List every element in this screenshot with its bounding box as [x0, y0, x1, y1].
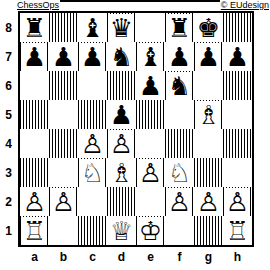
- square-g2: ♙: [194, 187, 223, 216]
- eudesign-credit-link[interactable]: © EUdesign: [221, 0, 269, 10]
- square-g3: [194, 158, 223, 187]
- black-pawn-b7: ♟: [52, 43, 75, 71]
- rank-label-6: 6: [0, 71, 17, 100]
- piece-halo-c3: ♘: [80, 159, 105, 187]
- square-h7: ♟: [223, 42, 252, 71]
- file-label-h: h: [223, 250, 252, 264]
- square-b4: [49, 129, 78, 158]
- white-bishop-g5: ♗: [197, 101, 220, 129]
- square-a4: [20, 129, 49, 158]
- piece-halo-e3: ♙: [138, 159, 163, 187]
- piece-halo-d7: ♞: [109, 43, 134, 71]
- white-pawn-c4: ♙: [81, 130, 104, 158]
- black-pawn-c7: ♟: [81, 43, 104, 71]
- square-e6: ♟: [136, 71, 165, 100]
- piece-halo-f3: ♘: [167, 159, 192, 187]
- piece-halo-e6: ♟: [138, 72, 163, 100]
- rank-label-1: 1: [0, 216, 17, 245]
- square-b3: [49, 158, 78, 187]
- piece-halo-f6: ♞: [167, 72, 192, 100]
- black-pawn-a7: ♟: [23, 43, 46, 71]
- piece-halo-a2: ♙: [22, 188, 47, 216]
- white-knight-c3: ♘: [81, 159, 104, 187]
- piece-halo-c4: ♙: [80, 130, 105, 158]
- file-label-g: g: [194, 250, 223, 264]
- square-a5: [20, 100, 49, 129]
- black-bishop-e7: ♝: [139, 43, 162, 71]
- square-b2: ♙: [49, 187, 78, 216]
- square-h1: ♖: [223, 216, 252, 245]
- square-h4: [223, 129, 252, 158]
- square-e2: [136, 187, 165, 216]
- white-king-e1: ♔: [139, 217, 162, 245]
- piece-halo-g8: ♚: [196, 14, 221, 42]
- piece-halo-c7: ♟: [80, 43, 105, 71]
- square-c5: [78, 100, 107, 129]
- square-a1: ♖: [20, 216, 49, 245]
- square-b1: [49, 216, 78, 245]
- white-bishop-d3: ♗: [110, 159, 133, 187]
- piece-halo-h2: ♙: [225, 188, 250, 216]
- square-c4: ♙: [78, 129, 107, 158]
- white-pawn-a2: ♙: [23, 188, 46, 216]
- square-d8: ♛: [107, 13, 136, 42]
- piece-halo-b2: ♙: [51, 188, 76, 216]
- square-e8: [136, 13, 165, 42]
- white-pawn-h2: ♙: [226, 188, 249, 216]
- square-e7: ♝: [136, 42, 165, 71]
- piece-halo-d8: ♛: [109, 14, 134, 42]
- square-d5: ♟: [107, 100, 136, 129]
- square-d3: ♗: [107, 158, 136, 187]
- square-d2: [107, 187, 136, 216]
- black-knight-d7: ♞: [110, 43, 133, 71]
- square-g7: ♟: [194, 42, 223, 71]
- square-f7: ♟: [165, 42, 194, 71]
- piece-halo-c8: ♝: [80, 14, 105, 42]
- square-c7: ♟: [78, 42, 107, 71]
- square-e5: [136, 100, 165, 129]
- square-h5: [223, 100, 252, 129]
- piece-halo-a8: ♜: [22, 14, 47, 42]
- square-c2: [78, 187, 107, 216]
- piece-halo-g2: ♙: [196, 188, 221, 216]
- piece-halo-e1: ♔: [138, 217, 163, 245]
- square-f6: ♞: [165, 71, 194, 100]
- square-f2: ♙: [165, 187, 194, 216]
- square-h2: ♙: [223, 187, 252, 216]
- file-label-b: b: [49, 250, 78, 264]
- piece-halo-d5: ♟: [109, 101, 134, 129]
- chess-board: ♜♝♛♜♚♟♟♟♞♝♟♟♟♟♞♟♗♙♙♘♗♙♘♙♙♙♙♙♖♕♔♖: [18, 11, 254, 247]
- black-pawn-e6: ♟: [139, 72, 162, 100]
- white-pawn-e3: ♙: [139, 159, 162, 187]
- chessops-link[interactable]: ChessOps: [17, 0, 59, 10]
- white-pawn-f2: ♙: [168, 188, 191, 216]
- white-queen-d1: ♕: [110, 217, 133, 245]
- square-a7: ♟: [20, 42, 49, 71]
- header: ChessOps © EUdesign: [0, 0, 270, 11]
- piece-halo-f8: ♜: [167, 14, 192, 42]
- piece-halo-h1: ♖: [225, 217, 250, 245]
- piece-halo-a7: ♟: [22, 43, 47, 71]
- piece-halo-f2: ♙: [167, 188, 192, 216]
- square-e4: [136, 129, 165, 158]
- piece-halo-g5: ♗: [196, 101, 221, 129]
- square-d6: [107, 71, 136, 100]
- piece-halo-h7: ♟: [225, 43, 250, 71]
- rank-label-7: 7: [0, 42, 17, 71]
- file-label-a: a: [20, 250, 49, 264]
- piece-halo-d4: ♙: [109, 130, 134, 158]
- white-rook-h1: ♖: [226, 217, 249, 245]
- square-d4: ♙: [107, 129, 136, 158]
- black-pawn-f7: ♟: [168, 43, 191, 71]
- rank-label-4: 4: [0, 129, 17, 158]
- square-a3: [20, 158, 49, 187]
- white-knight-f3: ♘: [168, 159, 191, 187]
- header-rule: [60, 0, 220, 2]
- square-c8: ♝: [78, 13, 107, 42]
- square-c1: [78, 216, 107, 245]
- piece-halo-d3: ♗: [109, 159, 134, 187]
- black-rook-f8: ♜: [168, 14, 191, 42]
- piece-halo-b7: ♟: [51, 43, 76, 71]
- black-rook-a8: ♜: [23, 14, 46, 42]
- black-pawn-g7: ♟: [197, 43, 220, 71]
- square-b7: ♟: [49, 42, 78, 71]
- rank-labels: 87654321: [0, 13, 17, 245]
- square-d7: ♞: [107, 42, 136, 71]
- square-h8: [223, 13, 252, 42]
- rank-label-3: 3: [0, 158, 17, 187]
- square-a6: [20, 71, 49, 100]
- piece-halo-d1: ♕: [109, 217, 134, 245]
- square-f4: [165, 129, 194, 158]
- square-d1: ♕: [107, 216, 136, 245]
- square-c6: [78, 71, 107, 100]
- file-label-e: e: [136, 250, 165, 264]
- black-pawn-d5: ♟: [110, 101, 133, 129]
- square-g8: ♚: [194, 13, 223, 42]
- piece-halo-e7: ♝: [138, 43, 163, 71]
- square-b6: [49, 71, 78, 100]
- white-pawn-g2: ♙: [197, 188, 220, 216]
- black-king-g8: ♚: [197, 14, 220, 42]
- square-f3: ♘: [165, 158, 194, 187]
- piece-halo-a1: ♖: [22, 217, 47, 245]
- white-pawn-b2: ♙: [52, 188, 75, 216]
- rank-label-5: 5: [0, 100, 17, 129]
- square-f8: ♜: [165, 13, 194, 42]
- square-b8: [49, 13, 78, 42]
- black-queen-d8: ♛: [110, 14, 133, 42]
- file-label-f: f: [165, 250, 194, 264]
- square-h6: [223, 71, 252, 100]
- square-e1: ♔: [136, 216, 165, 245]
- square-a2: ♙: [20, 187, 49, 216]
- white-rook-a1: ♖: [23, 217, 46, 245]
- file-labels: abcdefgh: [20, 250, 252, 264]
- rank-label-8: 8: [0, 13, 17, 42]
- piece-halo-g7: ♟: [196, 43, 221, 71]
- square-e3: ♙: [136, 158, 165, 187]
- square-f5: [165, 100, 194, 129]
- file-label-d: d: [107, 250, 136, 264]
- square-g4: [194, 129, 223, 158]
- square-h3: [223, 158, 252, 187]
- black-knight-f6: ♞: [168, 72, 191, 100]
- square-b5: [49, 100, 78, 129]
- file-label-c: c: [78, 250, 107, 264]
- rank-label-2: 2: [0, 187, 17, 216]
- black-bishop-c8: ♝: [81, 14, 104, 42]
- black-pawn-h7: ♟: [226, 43, 249, 71]
- square-g5: ♗: [194, 100, 223, 129]
- square-a8: ♜: [20, 13, 49, 42]
- white-pawn-d4: ♙: [110, 130, 133, 158]
- piece-halo-f7: ♟: [167, 43, 192, 71]
- square-f1: [165, 216, 194, 245]
- square-g6: [194, 71, 223, 100]
- square-c3: ♘: [78, 158, 107, 187]
- square-g1: [194, 216, 223, 245]
